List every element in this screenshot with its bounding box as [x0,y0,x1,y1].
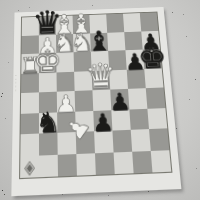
square-h1[interactable] [151,150,172,173]
square-g3[interactable] [129,108,149,129]
board-edge-text: ····· [13,74,18,93]
square-b1[interactable] [39,154,58,177]
square-h6[interactable]: ♚ [143,49,162,69]
square-c1[interactable] [58,154,77,177]
square-e3[interactable]: ♟ [93,110,112,132]
square-b6[interactable]: ♚ [39,53,57,73]
piece-black-knight-b3[interactable]: ♞ [35,108,61,138]
board-grid: ♛♝♝♟♞♞♝♟♜♚♟♚♛♟♟♞♟♟◈ [19,12,172,180]
square-f2[interactable] [112,130,132,152]
chess-board-sheet: ····· ♛♝♝♟♞♞♝♟♜♚♟♚♛♟♟♞♟♟◈ [11,7,181,196]
square-e7[interactable]: ♝ [90,32,108,51]
square-a1[interactable]: ◈ [20,155,39,178]
square-f1[interactable] [114,151,134,174]
square-e1[interactable] [95,152,115,175]
film-grain-speckles [0,0,1,1]
piece-black-king-h6[interactable]: ♚ [137,41,168,73]
piece-white-king-b6[interactable]: ♚ [33,45,62,77]
square-h3[interactable] [147,108,167,129]
corner-emblem: ◈ [24,157,35,176]
piece-black-bishop-e7[interactable]: ♝ [86,27,113,55]
square-g2[interactable] [131,129,151,151]
square-f4[interactable]: ♟ [110,89,129,110]
photo-background: ····· ♛♝♝♟♞♞♝♟♜♚♟♚♛♟♟♞♟♟◈ [0,0,200,200]
square-h4[interactable] [146,87,166,108]
piece-black-pawn-e3[interactable]: ♟ [92,110,115,135]
square-g1[interactable] [132,150,152,173]
square-b3[interactable]: ♞ [39,112,57,134]
square-d1[interactable] [76,153,96,176]
square-h2[interactable] [149,128,169,150]
